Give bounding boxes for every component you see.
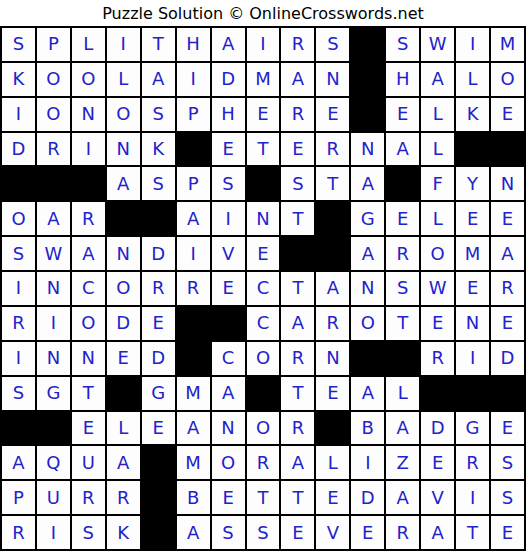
letter-cell: R: [281, 412, 314, 445]
black-cell: [456, 377, 489, 410]
letter-cell: S: [386, 272, 419, 305]
letter-cell: S: [2, 377, 35, 410]
letter-cell: A: [316, 272, 349, 305]
letter-cell: W: [421, 28, 454, 61]
black-cell: [107, 202, 140, 235]
black-cell: [72, 167, 105, 200]
letter-cell: I: [177, 63, 210, 96]
letter-cell: R: [491, 272, 524, 305]
letter-cell: S: [212, 167, 245, 200]
letter-cell: C: [72, 272, 105, 305]
black-cell: [491, 377, 524, 410]
letter-cell: L: [386, 377, 419, 410]
letter-cell: I: [2, 98, 35, 131]
letter-cell: D: [491, 342, 524, 375]
black-cell: [316, 237, 349, 270]
black-cell: [142, 202, 175, 235]
letter-cell: A: [212, 377, 245, 410]
black-cell: [37, 412, 70, 445]
letter-cell: A: [107, 446, 140, 479]
black-cell: [247, 377, 280, 410]
letter-cell: G: [142, 377, 175, 410]
letter-cell: R: [2, 307, 35, 340]
letter-cell: A: [37, 202, 70, 235]
letter-cell: D: [2, 133, 35, 166]
letter-cell: A: [177, 412, 210, 445]
letter-cell: B: [351, 412, 384, 445]
letter-cell: S: [491, 481, 524, 514]
letter-cell: H: [177, 28, 210, 61]
letter-cell: S: [247, 516, 280, 549]
letter-cell: N: [37, 342, 70, 375]
black-cell: [177, 342, 210, 375]
letter-cell: A: [281, 63, 314, 96]
letter-cell: O: [421, 237, 454, 270]
letter-cell: G: [37, 377, 70, 410]
black-cell: [351, 63, 384, 96]
letter-cell: L: [107, 63, 140, 96]
letter-cell: D: [107, 307, 140, 340]
black-cell: [456, 133, 489, 166]
black-cell: [386, 167, 419, 200]
letter-cell: E: [247, 98, 280, 131]
letter-cell: A: [72, 237, 105, 270]
black-cell: [177, 307, 210, 340]
letter-cell: R: [177, 272, 210, 305]
letter-cell: I: [212, 202, 245, 235]
letter-cell: A: [386, 412, 419, 445]
title-bar: Puzzle Solution © OnlineCrosswords.net: [0, 0, 526, 26]
letter-cell: I: [72, 133, 105, 166]
letter-cell: E: [386, 98, 419, 131]
black-cell: [177, 133, 210, 166]
letter-cell: N: [351, 133, 384, 166]
letter-cell: E: [456, 272, 489, 305]
letter-cell: R: [142, 272, 175, 305]
letter-cell: A: [281, 446, 314, 479]
letter-cell: A: [386, 133, 419, 166]
letter-cell: R: [2, 516, 35, 549]
letter-cell: I: [351, 446, 384, 479]
letter-cell: R: [37, 133, 70, 166]
letter-cell: R: [107, 481, 140, 514]
letter-cell: E: [212, 272, 245, 305]
letter-cell: S: [142, 98, 175, 131]
letter-cell: A: [2, 446, 35, 479]
letter-cell: D: [351, 481, 384, 514]
black-cell: [107, 377, 140, 410]
letter-cell: B: [177, 481, 210, 514]
letter-cell: A: [491, 237, 524, 270]
letter-cell: E: [386, 202, 419, 235]
letter-cell: T: [72, 377, 105, 410]
letter-cell: R: [316, 307, 349, 340]
letter-cell: T: [281, 481, 314, 514]
black-cell: [351, 28, 384, 61]
letter-cell: T: [316, 167, 349, 200]
letter-cell: O: [247, 412, 280, 445]
letter-cell: N: [212, 412, 245, 445]
letter-cell: N: [107, 133, 140, 166]
letter-cell: A: [107, 167, 140, 200]
letter-cell: E: [351, 516, 384, 549]
letter-cell: N: [247, 202, 280, 235]
letter-cell: W: [421, 272, 454, 305]
letter-cell: K: [456, 98, 489, 131]
black-cell: [37, 167, 70, 200]
letter-cell: E: [316, 377, 349, 410]
letter-cell: R: [281, 28, 314, 61]
letter-cell: A: [281, 307, 314, 340]
letter-cell: O: [212, 446, 245, 479]
letter-cell: E: [421, 446, 454, 479]
letter-cell: T: [456, 516, 489, 549]
letter-cell: E: [491, 98, 524, 131]
letter-cell: P: [177, 167, 210, 200]
black-cell: [2, 412, 35, 445]
letter-cell: O: [107, 272, 140, 305]
letter-cell: R: [421, 342, 454, 375]
letter-cell: E: [421, 307, 454, 340]
black-cell: [142, 516, 175, 549]
letter-cell: I: [2, 272, 35, 305]
letter-cell: M: [491, 28, 524, 61]
letter-cell: E: [142, 412, 175, 445]
letter-cell: E: [212, 481, 245, 514]
letter-cell: I: [37, 307, 70, 340]
letter-cell: A: [142, 63, 175, 96]
letter-cell: P: [2, 481, 35, 514]
letter-cell: E: [281, 516, 314, 549]
letter-cell: P: [37, 28, 70, 61]
letter-cell: M: [456, 237, 489, 270]
letter-cell: R: [247, 446, 280, 479]
black-cell: [281, 237, 314, 270]
letter-cell: K: [2, 63, 35, 96]
letter-cell: E: [491, 516, 524, 549]
letter-cell: L: [421, 133, 454, 166]
letter-cell: L: [316, 446, 349, 479]
letter-cell: T: [247, 481, 280, 514]
letter-cell: N: [72, 342, 105, 375]
letter-cell: K: [107, 516, 140, 549]
letter-cell: E: [316, 481, 349, 514]
letter-cell: S: [212, 516, 245, 549]
letter-cell: D: [421, 412, 454, 445]
letter-cell: C: [212, 342, 245, 375]
letter-cell: O: [72, 307, 105, 340]
letter-cell: M: [247, 63, 280, 96]
letter-cell: L: [421, 98, 454, 131]
letter-cell: I: [247, 28, 280, 61]
letter-cell: E: [491, 412, 524, 445]
letter-cell: S: [491, 446, 524, 479]
letter-cell: O: [37, 98, 70, 131]
letter-cell: N: [456, 307, 489, 340]
letter-cell: N: [491, 167, 524, 200]
letter-cell: U: [37, 481, 70, 514]
letter-cell: G: [351, 202, 384, 235]
black-cell: [142, 481, 175, 514]
black-cell: [212, 307, 245, 340]
letter-cell: R: [316, 133, 349, 166]
letter-cell: C: [247, 272, 280, 305]
letter-cell: E: [247, 237, 280, 270]
letter-cell: N: [316, 342, 349, 375]
letter-cell: E: [72, 412, 105, 445]
letter-cell: A: [351, 377, 384, 410]
letter-cell: I: [177, 237, 210, 270]
letter-cell: E: [456, 202, 489, 235]
letter-cell: E: [212, 133, 245, 166]
letter-cell: I: [456, 342, 489, 375]
letter-cell: F: [421, 167, 454, 200]
black-cell: [421, 377, 454, 410]
black-cell: [386, 342, 419, 375]
letter-cell: T: [247, 133, 280, 166]
letter-cell: O: [107, 98, 140, 131]
letter-cell: E: [316, 98, 349, 131]
letter-cell: O: [351, 307, 384, 340]
letter-cell: S: [316, 28, 349, 61]
letter-cell: H: [386, 63, 419, 96]
letter-cell: E: [491, 307, 524, 340]
letter-cell: O: [72, 63, 105, 96]
letter-cell: N: [351, 272, 384, 305]
letter-cell: E: [107, 342, 140, 375]
letter-cell: A: [212, 28, 245, 61]
letter-cell: I: [107, 28, 140, 61]
letter-cell: A: [351, 237, 384, 270]
letter-cell: E: [142, 307, 175, 340]
letter-cell: T: [386, 307, 419, 340]
letter-cell: R: [456, 446, 489, 479]
letter-cell: G: [456, 412, 489, 445]
letter-cell: N: [37, 272, 70, 305]
black-cell: [316, 202, 349, 235]
letter-cell: S: [386, 28, 419, 61]
letter-cell: U: [72, 446, 105, 479]
letter-cell: S: [142, 167, 175, 200]
letter-cell: T: [281, 272, 314, 305]
letter-cell: A: [421, 63, 454, 96]
letter-cell: D: [142, 342, 175, 375]
letter-cell: R: [72, 481, 105, 514]
letter-cell: O: [491, 63, 524, 96]
letter-cell: D: [142, 237, 175, 270]
letter-cell: A: [177, 202, 210, 235]
letter-cell: I: [2, 342, 35, 375]
letter-cell: I: [456, 481, 489, 514]
letter-cell: P: [177, 98, 210, 131]
letter-cell: K: [142, 133, 175, 166]
letter-cell: D: [212, 63, 245, 96]
black-cell: [2, 167, 35, 200]
letter-cell: T: [281, 377, 314, 410]
letter-cell: A: [351, 167, 384, 200]
letter-cell: O: [2, 202, 35, 235]
black-cell: [491, 133, 524, 166]
letter-cell: S: [281, 167, 314, 200]
letter-cell: S: [2, 28, 35, 61]
letter-cell: R: [72, 202, 105, 235]
letter-cell: H: [212, 98, 245, 131]
letter-cell: E: [491, 202, 524, 235]
letter-cell: I: [456, 28, 489, 61]
puzzle-solution-page: Puzzle Solution © OnlineCrosswords.net S…: [0, 0, 526, 551]
letter-cell: A: [177, 516, 210, 549]
letter-cell: L: [456, 63, 489, 96]
letter-cell: N: [107, 237, 140, 270]
letter-cell: O: [37, 63, 70, 96]
letter-cell: S: [72, 516, 105, 549]
letter-cell: R: [281, 98, 314, 131]
letter-cell: L: [72, 28, 105, 61]
crossword-grid: SPLITHAIRSSWIMKOOLAIDMANHALOIONOSPHEREEL…: [0, 26, 526, 551]
letter-cell: V: [212, 237, 245, 270]
letter-cell: I: [37, 516, 70, 549]
letter-cell: Z: [386, 446, 419, 479]
letter-cell: M: [177, 377, 210, 410]
black-cell: [142, 446, 175, 479]
letter-cell: A: [386, 481, 419, 514]
black-cell: [316, 412, 349, 445]
letter-cell: N: [316, 63, 349, 96]
letter-cell: N: [72, 98, 105, 131]
letter-cell: T: [142, 28, 175, 61]
black-cell: [351, 342, 384, 375]
letter-cell: L: [421, 202, 454, 235]
letter-cell: V: [421, 481, 454, 514]
letter-cell: Y: [456, 167, 489, 200]
letter-cell: R: [386, 516, 419, 549]
letter-cell: R: [386, 237, 419, 270]
letter-cell: E: [281, 133, 314, 166]
letter-cell: V: [316, 516, 349, 549]
letter-cell: M: [177, 446, 210, 479]
letter-cell: R: [281, 342, 314, 375]
page-title: Puzzle Solution © OnlineCrosswords.net: [102, 4, 424, 23]
letter-cell: L: [107, 412, 140, 445]
letter-cell: S: [2, 237, 35, 270]
letter-cell: O: [247, 342, 280, 375]
black-cell: [351, 98, 384, 131]
black-cell: [247, 167, 280, 200]
letter-cell: Q: [37, 446, 70, 479]
letter-cell: A: [421, 516, 454, 549]
letter-cell: W: [37, 237, 70, 270]
letter-cell: C: [247, 307, 280, 340]
letter-cell: T: [281, 202, 314, 235]
